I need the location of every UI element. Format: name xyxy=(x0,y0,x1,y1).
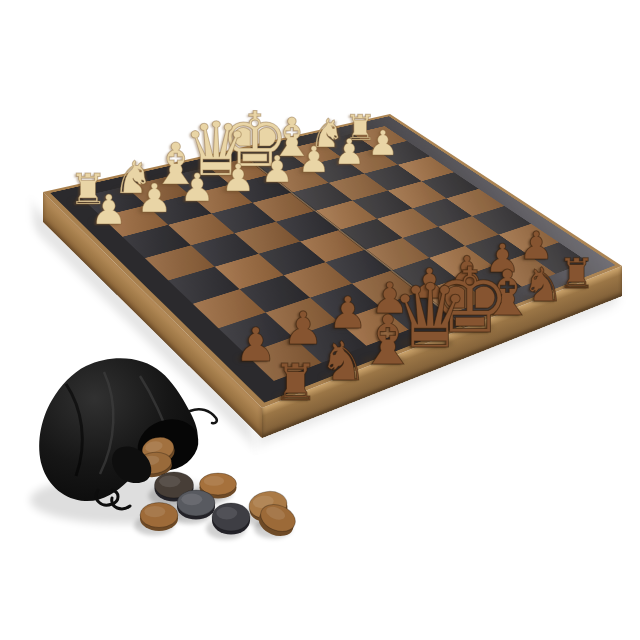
draughts-disc-dark xyxy=(212,503,250,535)
chess-set-photo: ♜♞♟♝♟♚♟♛♟♝♟♞♟♜♟♟♟♟♟♜♟♞♟♝♟♚♟♛♟♝♞♜ xyxy=(0,0,640,640)
draughts-disc-light xyxy=(140,503,178,532)
drawstring-bag-scene xyxy=(20,350,320,580)
draughts-disc-slate xyxy=(177,490,215,520)
